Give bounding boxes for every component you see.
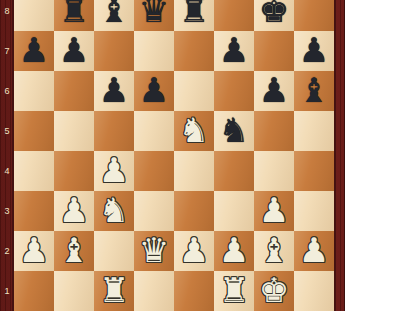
piece-white-king[interactable]: ♚	[259, 273, 289, 307]
square-a1[interactable]	[14, 271, 54, 311]
square-d1[interactable]	[134, 271, 174, 311]
square-g7[interactable]	[254, 31, 294, 71]
square-c4[interactable]: ♟	[94, 151, 134, 191]
rank-label-1: 1	[2, 285, 12, 297]
square-a3[interactable]	[14, 191, 54, 231]
square-b5[interactable]	[54, 111, 94, 151]
square-e6[interactable]	[174, 71, 214, 111]
square-c8[interactable]: ♝	[94, 0, 134, 31]
piece-white-pawn[interactable]: ♟	[99, 153, 129, 187]
square-h4[interactable]	[294, 151, 334, 191]
square-g1[interactable]: ♚	[254, 271, 294, 311]
square-e3[interactable]	[174, 191, 214, 231]
square-a8[interactable]	[14, 0, 54, 31]
square-a5[interactable]	[14, 111, 54, 151]
piece-black-pawn[interactable]: ♟	[259, 73, 289, 107]
chess-app-window: ♜♝♛♜♚♟♟♟♟♟♟♟♝♞♞♟♟♞♟♟♝♛♟♟♝♟♜♜♚ 87654321	[0, 0, 414, 311]
square-c1[interactable]: ♜	[94, 271, 134, 311]
square-f8[interactable]	[214, 0, 254, 31]
square-g4[interactable]	[254, 151, 294, 191]
square-b7[interactable]: ♟	[54, 31, 94, 71]
square-c7[interactable]	[94, 31, 134, 71]
square-h3[interactable]	[294, 191, 334, 231]
square-a7[interactable]: ♟	[14, 31, 54, 71]
piece-black-bishop[interactable]: ♝	[99, 0, 129, 27]
piece-black-pawn[interactable]: ♟	[139, 73, 169, 107]
piece-black-pawn[interactable]: ♟	[299, 33, 329, 67]
square-f5[interactable]: ♞	[214, 111, 254, 151]
square-c6[interactable]: ♟	[94, 71, 134, 111]
rank-label-8: 8	[2, 5, 12, 17]
square-b1[interactable]	[54, 271, 94, 311]
square-c2[interactable]	[94, 231, 134, 271]
piece-white-rook[interactable]: ♜	[219, 273, 249, 307]
piece-black-queen[interactable]: ♛	[139, 0, 169, 27]
piece-white-pawn[interactable]: ♟	[299, 233, 329, 267]
piece-white-knight[interactable]: ♞	[99, 193, 129, 227]
square-f4[interactable]	[214, 151, 254, 191]
square-f2[interactable]: ♟	[214, 231, 254, 271]
square-e8[interactable]: ♜	[174, 0, 214, 31]
square-h2[interactable]: ♟	[294, 231, 334, 271]
square-d7[interactable]	[134, 31, 174, 71]
piece-black-rook[interactable]: ♜	[179, 0, 209, 27]
square-h5[interactable]	[294, 111, 334, 151]
square-b4[interactable]	[54, 151, 94, 191]
piece-white-pawn[interactable]: ♟	[59, 193, 89, 227]
square-e1[interactable]	[174, 271, 214, 311]
square-d4[interactable]	[134, 151, 174, 191]
piece-black-king[interactable]: ♚	[259, 0, 289, 27]
square-e7[interactable]	[174, 31, 214, 71]
square-h1[interactable]	[294, 271, 334, 311]
square-h8[interactable]	[294, 0, 334, 31]
square-g6[interactable]: ♟	[254, 71, 294, 111]
piece-black-pawn[interactable]: ♟	[99, 73, 129, 107]
piece-black-bishop[interactable]: ♝	[299, 73, 329, 107]
square-c3[interactable]: ♞	[94, 191, 134, 231]
square-g8[interactable]: ♚	[254, 0, 294, 31]
square-f1[interactable]: ♜	[214, 271, 254, 311]
piece-white-knight[interactable]: ♞	[179, 113, 209, 147]
chess-board: ♜♝♛♜♚♟♟♟♟♟♟♟♝♞♞♟♟♞♟♟♝♛♟♟♝♟♜♜♚	[14, 0, 334, 311]
square-b3[interactable]: ♟	[54, 191, 94, 231]
square-g2[interactable]: ♝	[254, 231, 294, 271]
square-b8[interactable]: ♜	[54, 0, 94, 31]
square-g3[interactable]: ♟	[254, 191, 294, 231]
square-f3[interactable]	[214, 191, 254, 231]
square-a6[interactable]	[14, 71, 54, 111]
square-f6[interactable]	[214, 71, 254, 111]
rank-label-6: 6	[2, 85, 12, 97]
square-e2[interactable]: ♟	[174, 231, 214, 271]
piece-white-bishop[interactable]: ♝	[59, 233, 89, 267]
square-d2[interactable]: ♛	[134, 231, 174, 271]
piece-black-pawn[interactable]: ♟	[59, 33, 89, 67]
square-e4[interactable]	[174, 151, 214, 191]
square-h7[interactable]: ♟	[294, 31, 334, 71]
rank-label-5: 5	[2, 125, 12, 137]
piece-white-pawn[interactable]: ♟	[179, 233, 209, 267]
rank-label-7: 7	[2, 45, 12, 57]
square-d6[interactable]: ♟	[134, 71, 174, 111]
piece-black-pawn[interactable]: ♟	[219, 33, 249, 67]
square-h6[interactable]: ♝	[294, 71, 334, 111]
square-a2[interactable]: ♟	[14, 231, 54, 271]
square-g5[interactable]	[254, 111, 294, 151]
square-a4[interactable]	[14, 151, 54, 191]
piece-white-pawn[interactable]: ♟	[219, 233, 249, 267]
rank-label-3: 3	[2, 205, 12, 217]
piece-black-rook[interactable]: ♜	[59, 0, 89, 27]
piece-white-pawn[interactable]: ♟	[259, 193, 289, 227]
piece-white-rook[interactable]: ♜	[99, 273, 129, 307]
piece-white-pawn[interactable]: ♟	[19, 233, 49, 267]
square-d8[interactable]: ♛	[134, 0, 174, 31]
piece-black-pawn[interactable]: ♟	[19, 33, 49, 67]
piece-white-bishop[interactable]: ♝	[259, 233, 289, 267]
rank-label-4: 4	[2, 165, 12, 177]
rank-label-2: 2	[2, 245, 12, 257]
square-c5[interactable]	[94, 111, 134, 151]
piece-white-queen[interactable]: ♛	[139, 233, 169, 267]
square-b2[interactable]: ♝	[54, 231, 94, 271]
piece-black-knight[interactable]: ♞	[219, 113, 249, 147]
square-b6[interactable]	[54, 71, 94, 111]
square-d5[interactable]	[134, 111, 174, 151]
square-e5[interactable]: ♞	[174, 111, 214, 151]
square-d3[interactable]	[134, 191, 174, 231]
square-f7[interactable]: ♟	[214, 31, 254, 71]
